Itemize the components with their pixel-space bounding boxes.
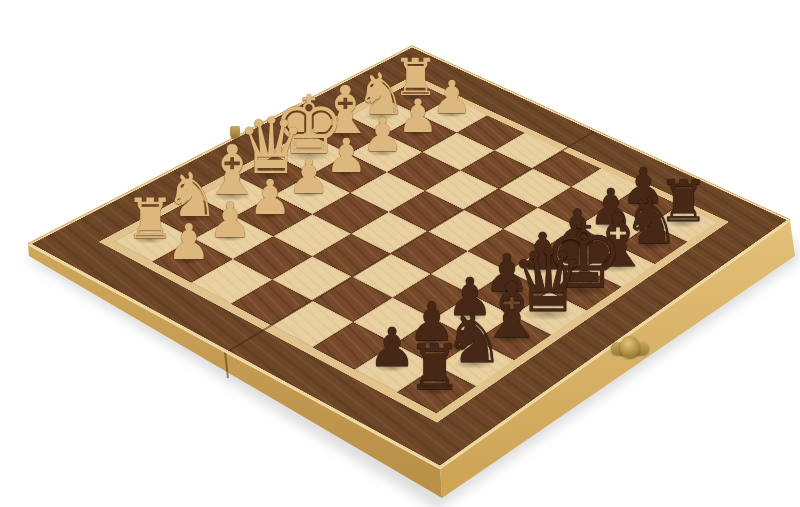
piece-white-pawn-e2[interactable]: ♟ — [325, 132, 367, 179]
piece-white-pawn-d2[interactable]: ♟ — [287, 153, 330, 201]
piece-black-rook-a8[interactable]: ♜ — [407, 336, 463, 398]
piece-white-pawn-f2[interactable]: ♟ — [362, 112, 404, 159]
brass-clasp-icon[interactable] — [611, 335, 649, 361]
piece-white-pawn-c2[interactable]: ♟ — [249, 174, 292, 222]
piece-white-pawn-b2[interactable]: ♟ — [208, 195, 252, 244]
clasp-knob — [620, 336, 640, 358]
piece-white-pawn-a2[interactable]: ♟ — [167, 218, 211, 267]
product-photo: ♜♟♞♟♝♟♚♟♛♟♝♟♟♞♜♟♟♜♞♟♟♝♟♚♟♛♟♝♟♞♟♜ — [0, 0, 800, 507]
